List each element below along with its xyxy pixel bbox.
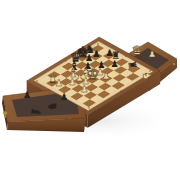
chess-set-photo: ♛♚♞♜♝♟♟♟♝♟♟♟♟♞♟♜♟♚♟♟♟♟♟♝♞♟♛♟♞♜: [0, 0, 180, 180]
right-drawer-brass-pin-icon: [173, 63, 176, 66]
